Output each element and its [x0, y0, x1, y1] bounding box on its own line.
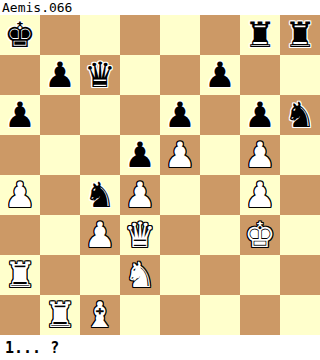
square-f6[interactable] [200, 95, 240, 135]
square-b7[interactable]: ♟ [40, 55, 80, 95]
square-g1[interactable] [240, 295, 280, 335]
chess-board: ♚♜♜♟♛♟♟♟♟♞♟♟♟♟♞♟♟♟♛♚♜♞♜♝ [0, 15, 320, 335]
square-c8[interactable] [80, 15, 120, 55]
square-d6[interactable] [120, 95, 160, 135]
square-f1[interactable] [200, 295, 240, 335]
square-f2[interactable] [200, 255, 240, 295]
square-f7[interactable]: ♟ [200, 55, 240, 95]
square-b3[interactable] [40, 215, 80, 255]
square-h1[interactable] [280, 295, 320, 335]
piece-white-pawn: ♟ [124, 175, 155, 215]
square-d3[interactable]: ♛ [120, 215, 160, 255]
square-b5[interactable] [40, 135, 80, 175]
piece-white-king: ♚ [244, 215, 275, 255]
square-h5[interactable] [280, 135, 320, 175]
square-a5[interactable] [0, 135, 40, 175]
square-a4[interactable]: ♟ [0, 175, 40, 215]
square-c3[interactable]: ♟ [80, 215, 120, 255]
square-g7[interactable] [240, 55, 280, 95]
square-b6[interactable] [40, 95, 80, 135]
piece-black-pawn: ♟ [124, 135, 155, 175]
chess-diagram-window: Aemis.066 ♚♜♜♟♛♟♟♟♟♞♟♟♟♟♞♟♟♟♛♚♜♞♜♝ 1... … [0, 0, 320, 360]
square-h2[interactable] [280, 255, 320, 295]
square-g3[interactable]: ♚ [240, 215, 280, 255]
piece-black-knight: ♞ [284, 95, 315, 135]
square-d5[interactable]: ♟ [120, 135, 160, 175]
square-c4[interactable]: ♞ [80, 175, 120, 215]
piece-black-pawn: ♟ [244, 95, 275, 135]
piece-white-rook: ♜ [44, 295, 75, 335]
square-a1[interactable] [0, 295, 40, 335]
piece-white-queen: ♛ [124, 215, 155, 255]
square-g6[interactable]: ♟ [240, 95, 280, 135]
square-d7[interactable] [120, 55, 160, 95]
piece-black-pawn: ♟ [4, 95, 35, 135]
piece-black-pawn: ♟ [164, 95, 195, 135]
square-f5[interactable] [200, 135, 240, 175]
square-e7[interactable] [160, 55, 200, 95]
square-c7[interactable]: ♛ [80, 55, 120, 95]
square-b8[interactable] [40, 15, 80, 55]
piece-white-bishop: ♝ [84, 295, 115, 335]
square-f8[interactable] [200, 15, 240, 55]
piece-black-knight: ♞ [84, 175, 115, 215]
square-e3[interactable] [160, 215, 200, 255]
move-prompt: 1... ? [0, 335, 320, 360]
piece-white-pawn: ♟ [244, 135, 275, 175]
square-b1[interactable]: ♜ [40, 295, 80, 335]
piece-black-pawn: ♟ [44, 55, 75, 95]
piece-black-queen: ♛ [84, 55, 115, 95]
square-d2[interactable]: ♞ [120, 255, 160, 295]
piece-white-pawn: ♟ [164, 135, 195, 175]
piece-white-knight: ♞ [124, 255, 155, 295]
square-e4[interactable] [160, 175, 200, 215]
piece-white-rook: ♜ [4, 255, 35, 295]
square-e8[interactable] [160, 15, 200, 55]
square-h8[interactable]: ♜ [280, 15, 320, 55]
square-e5[interactable]: ♟ [160, 135, 200, 175]
square-h4[interactable] [280, 175, 320, 215]
square-b4[interactable] [40, 175, 80, 215]
piece-black-rook: ♜ [284, 15, 315, 55]
piece-white-pawn: ♟ [84, 215, 115, 255]
piece-black-king: ♚ [4, 15, 35, 55]
square-e2[interactable] [160, 255, 200, 295]
piece-black-pawn: ♟ [204, 55, 235, 95]
square-a3[interactable] [0, 215, 40, 255]
square-d4[interactable]: ♟ [120, 175, 160, 215]
square-e6[interactable]: ♟ [160, 95, 200, 135]
square-f3[interactable] [200, 215, 240, 255]
square-h3[interactable] [280, 215, 320, 255]
square-c1[interactable]: ♝ [80, 295, 120, 335]
piece-white-pawn: ♟ [4, 175, 35, 215]
square-c5[interactable] [80, 135, 120, 175]
square-a7[interactable] [0, 55, 40, 95]
piece-black-rook: ♜ [244, 15, 275, 55]
square-c2[interactable] [80, 255, 120, 295]
square-d8[interactable] [120, 15, 160, 55]
square-a8[interactable]: ♚ [0, 15, 40, 55]
square-h6[interactable]: ♞ [280, 95, 320, 135]
square-g5[interactable]: ♟ [240, 135, 280, 175]
square-a2[interactable]: ♜ [0, 255, 40, 295]
square-h7[interactable] [280, 55, 320, 95]
square-c6[interactable] [80, 95, 120, 135]
square-g8[interactable]: ♜ [240, 15, 280, 55]
square-e1[interactable] [160, 295, 200, 335]
square-d1[interactable] [120, 295, 160, 335]
square-f4[interactable] [200, 175, 240, 215]
square-g2[interactable] [240, 255, 280, 295]
diagram-title: Aemis.066 [0, 0, 320, 15]
square-b2[interactable] [40, 255, 80, 295]
square-g4[interactable]: ♟ [240, 175, 280, 215]
piece-white-pawn: ♟ [244, 175, 275, 215]
square-a6[interactable]: ♟ [0, 95, 40, 135]
